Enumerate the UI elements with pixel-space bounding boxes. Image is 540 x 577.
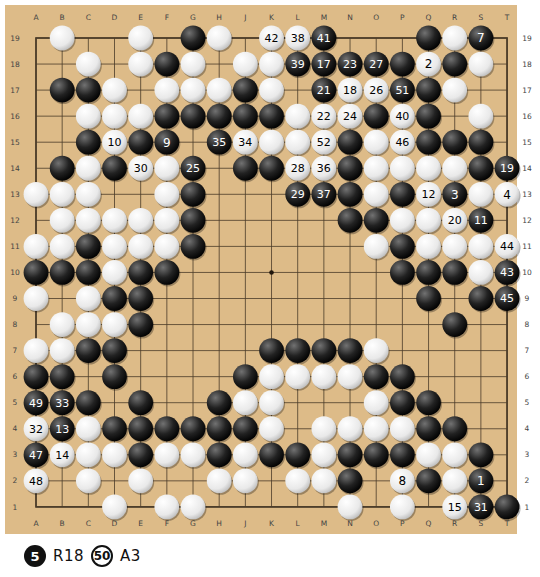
move-number-R13: 3: [451, 188, 459, 202]
svg-text:M: M: [321, 519, 327, 528]
move-number-M19: 41: [317, 32, 331, 45]
svg-text:F: F: [165, 13, 169, 22]
move-number-R12: 20: [448, 214, 462, 227]
move-number-B5: 33: [55, 397, 69, 410]
move-number-L18: 39: [291, 58, 305, 71]
move-number-A4: 32: [29, 423, 43, 436]
move-number-D15: 10: [108, 136, 122, 149]
move-number-H15: 35: [212, 136, 226, 149]
svg-text:1: 1: [525, 503, 530, 512]
move-number-L13: 29: [291, 188, 305, 201]
move-number-R1: 15: [448, 501, 462, 514]
svg-text:14: 14: [10, 164, 20, 173]
move-number-G14: 25: [186, 162, 200, 175]
svg-text:P: P: [400, 13, 405, 22]
move-number-T9: 45: [500, 292, 514, 305]
move-number-Q13: 12: [422, 188, 436, 201]
move-number-M14: 36: [317, 162, 331, 175]
move-number-M16: 22: [317, 110, 331, 123]
svg-text:R: R: [452, 13, 457, 22]
move-number-L19: 38: [291, 32, 305, 45]
svg-text:6: 6: [13, 372, 18, 381]
caption-coord-a3: A3: [120, 547, 141, 565]
svg-text:O: O: [373, 519, 379, 528]
move-number-P2: 8: [399, 474, 407, 488]
move-number-B4: 13: [55, 423, 69, 436]
svg-text:3: 3: [13, 450, 18, 459]
caption-coord-r18: R18: [53, 547, 84, 565]
svg-text:16: 16: [10, 112, 20, 121]
svg-text:Q: Q: [426, 13, 432, 22]
move-number-N16: 24: [343, 110, 357, 123]
move-number-S2: 1: [477, 474, 485, 488]
svg-text:13: 13: [522, 190, 532, 199]
svg-text:2: 2: [525, 476, 530, 485]
go-board[interactable]: AABBCCDDEEFFGGHHJJKKLLMMNNOOPPQQRRSSTT19…: [0, 0, 540, 540]
move-number-S1: 31: [474, 501, 488, 514]
move-number-E14: 30: [134, 162, 148, 175]
svg-text:12: 12: [522, 216, 532, 225]
svg-text:1: 1: [13, 503, 18, 512]
svg-text:18: 18: [10, 60, 20, 69]
star-point-K10: [269, 270, 274, 275]
move-number-T10: 43: [500, 266, 514, 279]
svg-text:18: 18: [522, 60, 532, 69]
svg-text:C: C: [86, 519, 91, 528]
svg-text:17: 17: [10, 86, 20, 95]
svg-text:15: 15: [10, 138, 20, 147]
move-number-F15: 9: [163, 136, 171, 150]
caption-white-stone-50: 50: [91, 545, 113, 567]
svg-text:E: E: [138, 13, 143, 22]
move-number-P17: 51: [395, 84, 409, 97]
move-number-M18: 17: [317, 58, 331, 71]
svg-text:17: 17: [522, 86, 532, 95]
svg-text:3: 3: [525, 450, 530, 459]
svg-text:6: 6: [525, 372, 530, 381]
svg-text:T: T: [504, 13, 510, 22]
move-number-A2: 48: [29, 475, 43, 488]
svg-text:J: J: [243, 519, 246, 528]
go-board-svg: AABBCCDDEEFFGGHHJJKKLLMMNNOOPPQQRRSSTT19…: [0, 0, 540, 540]
svg-text:D: D: [112, 13, 118, 22]
caption: 5 R18 50 A3: [24, 542, 141, 570]
svg-text:11: 11: [10, 242, 20, 251]
svg-text:M: M: [321, 13, 327, 22]
move-number-A3: 47: [29, 449, 43, 462]
svg-text:4: 4: [525, 424, 530, 433]
move-number-Q18: 2: [425, 57, 433, 71]
svg-text:10: 10: [10, 268, 20, 277]
svg-text:13: 13: [10, 190, 20, 199]
svg-text:2: 2: [13, 476, 18, 485]
move-number-M15: 52: [317, 136, 331, 149]
move-number-P15: 46: [395, 136, 409, 149]
svg-text:5: 5: [525, 398, 530, 407]
move-number-O17: 26: [369, 84, 383, 97]
move-number-A5: 49: [29, 397, 43, 410]
svg-text:19: 19: [522, 34, 532, 43]
svg-text:8: 8: [525, 320, 530, 329]
move-number-J15: 34: [238, 136, 252, 149]
move-number-N17: 18: [343, 84, 357, 97]
svg-text:S: S: [479, 13, 484, 22]
svg-text:15: 15: [522, 138, 532, 147]
move-number-T14: 19: [500, 162, 514, 175]
svg-text:9: 9: [525, 294, 530, 303]
move-number-M13: 37: [317, 188, 331, 201]
svg-text:8: 8: [13, 320, 18, 329]
move-number-O18: 27: [369, 58, 383, 71]
svg-text:A: A: [33, 519, 39, 528]
svg-text:C: C: [86, 13, 91, 22]
move-number-N18: 23: [343, 58, 357, 71]
svg-text:14: 14: [522, 164, 532, 173]
svg-text:J: J: [243, 13, 246, 22]
svg-text:B: B: [60, 13, 65, 22]
move-number-B3: 14: [55, 449, 69, 462]
svg-text:7: 7: [525, 346, 530, 355]
svg-text:4: 4: [13, 424, 18, 433]
svg-text:12: 12: [10, 216, 20, 225]
svg-text:N: N: [347, 13, 353, 22]
svg-text:O: O: [373, 13, 379, 22]
svg-text:E: E: [138, 519, 143, 528]
svg-text:16: 16: [522, 112, 532, 121]
move-number-T13: 4: [503, 188, 511, 202]
move-number-P16: 40: [395, 110, 409, 123]
move-number-S19: 7: [477, 31, 485, 45]
svg-text:H: H: [216, 519, 222, 528]
svg-text:19: 19: [10, 34, 20, 43]
svg-text:H: H: [216, 13, 222, 22]
move-number-M17: 21: [317, 84, 331, 97]
svg-text:5: 5: [13, 398, 18, 407]
svg-text:B: B: [60, 519, 65, 528]
svg-text:10: 10: [522, 268, 532, 277]
move-number-L14: 28: [291, 162, 305, 175]
svg-text:G: G: [190, 13, 196, 22]
caption-black-stone-5: 5: [24, 545, 46, 567]
svg-text:7: 7: [13, 346, 18, 355]
svg-text:A: A: [33, 13, 39, 22]
move-number-K19: 42: [265, 32, 279, 45]
svg-text:9: 9: [13, 294, 18, 303]
svg-text:11: 11: [522, 242, 532, 251]
move-number-S12: 11: [474, 214, 488, 227]
svg-text:Q: Q: [426, 519, 432, 528]
move-number-T11: 44: [500, 240, 514, 253]
